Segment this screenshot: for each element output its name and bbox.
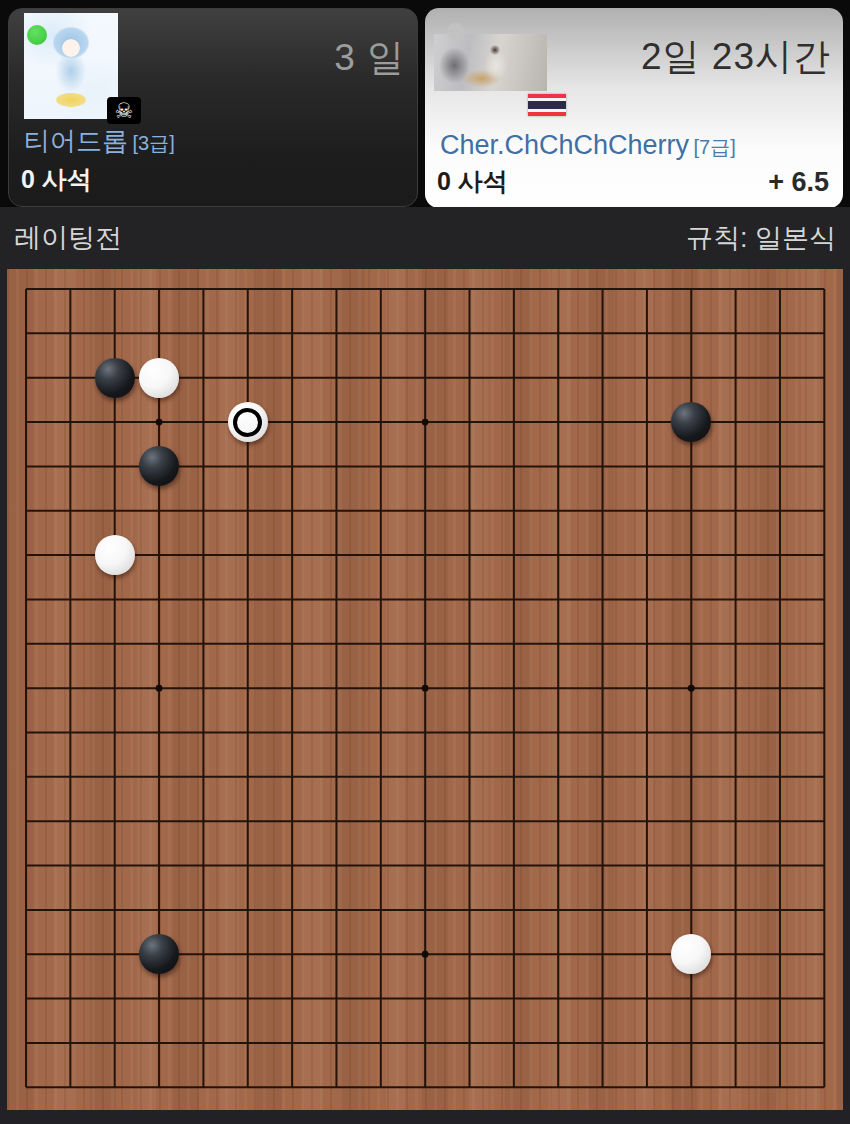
board-intersection[interactable] [270,400,314,444]
board-intersection[interactable] [758,577,802,621]
board-intersection[interactable] [625,932,669,976]
board-intersection[interactable] [181,622,225,666]
board-intersection[interactable] [625,622,669,666]
board-intersection[interactable] [359,269,403,311]
black-player-name-row[interactable]: 티어드롭 [3급] [24,124,175,159]
board-intersection[interactable] [7,489,48,533]
board-intersection[interactable] [359,444,403,488]
board-intersection[interactable] [137,932,181,976]
board-intersection[interactable] [93,976,137,1020]
board-intersection[interactable] [758,666,802,710]
go-board[interactable] [7,269,843,1110]
board-intersection[interactable] [625,577,669,621]
board-intersection[interactable] [492,755,536,799]
board-intersection[interactable] [270,755,314,799]
board-intersection[interactable] [758,444,802,488]
board-intersection[interactable] [669,533,713,577]
board-intersection[interactable] [403,400,447,444]
board-intersection[interactable] [48,1065,92,1109]
board-intersection[interactable] [492,400,536,444]
board-intersection[interactable] [758,489,802,533]
board-intersection[interactable] [447,577,491,621]
board-intersection[interactable] [93,666,137,710]
board-intersection[interactable] [492,888,536,932]
board-intersection[interactable] [536,710,580,754]
board-intersection[interactable] [625,269,669,311]
board-intersection[interactable] [669,932,713,976]
board-intersection[interactable] [669,976,713,1020]
board-intersection[interactable] [758,1065,802,1109]
board-intersection[interactable] [580,311,624,355]
board-intersection[interactable] [181,444,225,488]
board-intersection[interactable] [492,356,536,400]
board-intersection[interactable] [181,356,225,400]
board-intersection[interactable] [314,755,358,799]
board-intersection[interactable] [93,888,137,932]
board-intersection[interactable] [802,400,843,444]
board-intersection[interactable] [580,1021,624,1065]
board-intersection[interactable] [403,444,447,488]
board-intersection[interactable] [802,444,843,488]
board-intersection[interactable] [492,666,536,710]
board-intersection[interactable] [137,356,181,400]
board-intersection[interactable] [536,622,580,666]
board-intersection[interactable] [48,444,92,488]
board-intersection[interactable] [447,666,491,710]
board-intersection[interactable] [758,356,802,400]
board-intersection[interactable] [492,843,536,887]
board-intersection[interactable] [48,888,92,932]
board-intersection[interactable] [625,1021,669,1065]
board-intersection[interactable] [181,843,225,887]
board-intersection[interactable] [580,577,624,621]
board-intersection[interactable] [48,311,92,355]
board-intersection[interactable] [359,622,403,666]
board-intersection[interactable] [93,1065,137,1109]
board-intersection[interactable] [669,888,713,932]
board-intersection[interactable] [137,666,181,710]
board-intersection[interactable] [359,577,403,621]
board-intersection[interactable] [270,976,314,1020]
white-player-name-row[interactable]: Cher.ChChChCherry [7급] [440,130,736,161]
board-intersection[interactable] [713,755,757,799]
board-intersection[interactable] [802,269,843,311]
board-intersection[interactable] [536,489,580,533]
board-intersection[interactable] [403,710,447,754]
board-intersection[interactable] [669,577,713,621]
board-intersection[interactable] [625,843,669,887]
board-intersection[interactable] [492,622,536,666]
board-intersection[interactable] [137,444,181,488]
board-intersection[interactable] [181,1065,225,1109]
board-intersection[interactable] [625,356,669,400]
board-intersection[interactable] [536,356,580,400]
board-intersection[interactable] [314,400,358,444]
board-intersection[interactable] [492,932,536,976]
board-intersection[interactable] [447,755,491,799]
board-intersection[interactable] [758,533,802,577]
board-intersection[interactable] [226,269,270,311]
board-intersection[interactable] [137,1065,181,1109]
board-intersection[interactable] [359,666,403,710]
board-intersection[interactable] [713,311,757,355]
board-intersection[interactable] [181,932,225,976]
board-intersection[interactable] [447,843,491,887]
board-intersection[interactable] [403,533,447,577]
board-intersection[interactable] [270,356,314,400]
board-intersection[interactable] [7,666,48,710]
board-intersection[interactable] [7,356,48,400]
board-intersection[interactable] [226,843,270,887]
board-intersection[interactable] [713,356,757,400]
board-intersection[interactable] [802,932,843,976]
board-intersection[interactable] [137,1021,181,1065]
board-intersection[interactable] [536,269,580,311]
board-intersection[interactable] [403,1065,447,1109]
board-intersection[interactable] [758,843,802,887]
board-intersection[interactable] [492,1021,536,1065]
board-intersection[interactable] [580,799,624,843]
board-intersection[interactable] [580,888,624,932]
board-intersection[interactable] [758,932,802,976]
board-intersection[interactable] [181,755,225,799]
board-intersection[interactable] [447,489,491,533]
board-intersection[interactable] [802,755,843,799]
board-intersection[interactable] [93,1021,137,1065]
board-intersection[interactable] [359,843,403,887]
board-intersection[interactable] [403,666,447,710]
board-intersection[interactable] [802,1021,843,1065]
board-intersection[interactable] [7,932,48,976]
board-intersection[interactable] [181,666,225,710]
board-intersection[interactable] [137,489,181,533]
board-intersection[interactable] [403,755,447,799]
board-intersection[interactable] [536,1021,580,1065]
board-intersection[interactable] [7,622,48,666]
board-intersection[interactable] [758,976,802,1020]
board-intersection[interactable] [48,843,92,887]
board-intersection[interactable] [669,755,713,799]
board-intersection[interactable] [536,888,580,932]
board-intersection[interactable] [137,799,181,843]
board-intersection[interactable] [7,269,48,311]
board-intersection[interactable] [226,311,270,355]
board-intersection[interactable] [48,356,92,400]
board-intersection[interactable] [492,710,536,754]
board-intersection[interactable] [447,976,491,1020]
board-intersection[interactable] [669,843,713,887]
board-intersection[interactable] [580,1065,624,1109]
board-intersection[interactable] [403,976,447,1020]
board-intersection[interactable] [447,622,491,666]
board-intersection[interactable] [492,976,536,1020]
board-intersection[interactable] [669,400,713,444]
board-intersection[interactable] [270,888,314,932]
board-intersection[interactable] [447,1065,491,1109]
board-intersection[interactable] [7,1021,48,1065]
board-intersection[interactable] [270,533,314,577]
board-intersection[interactable] [7,976,48,1020]
board-intersection[interactable] [93,799,137,843]
board-intersection[interactable] [226,799,270,843]
board-intersection[interactable] [669,710,713,754]
board-intersection[interactable] [536,976,580,1020]
board-intersection[interactable] [270,843,314,887]
board-intersection[interactable] [226,666,270,710]
board-intersection[interactable] [226,932,270,976]
board-intersection[interactable] [48,976,92,1020]
board-intersection[interactable] [492,577,536,621]
board-intersection[interactable] [447,533,491,577]
board-intersection[interactable] [758,799,802,843]
board-intersection[interactable] [580,489,624,533]
board-intersection[interactable] [580,533,624,577]
board-intersection[interactable] [7,400,48,444]
board-intersection[interactable] [536,400,580,444]
board-intersection[interactable] [314,533,358,577]
board-intersection[interactable] [669,1021,713,1065]
board-intersection[interactable] [7,533,48,577]
board-intersection[interactable] [359,489,403,533]
board-intersection[interactable] [713,932,757,976]
board-intersection[interactable] [580,666,624,710]
board-intersection[interactable] [359,400,403,444]
board-intersection[interactable] [137,976,181,1020]
board-intersection[interactable] [403,356,447,400]
board-intersection[interactable] [802,489,843,533]
board-intersection[interactable] [314,269,358,311]
board-intersection[interactable] [580,932,624,976]
board-intersection[interactable] [713,577,757,621]
board-intersection[interactable] [226,888,270,932]
board-intersection[interactable] [137,843,181,887]
board-intersection[interactable] [625,489,669,533]
board-intersection[interactable] [226,976,270,1020]
board-intersection[interactable] [802,533,843,577]
board-intersection[interactable] [403,489,447,533]
board-intersection[interactable] [625,888,669,932]
board-intersection[interactable] [580,710,624,754]
board-intersection[interactable] [536,932,580,976]
board-intersection[interactable] [270,710,314,754]
board-intersection[interactable] [403,932,447,976]
board-intersection[interactable] [93,356,137,400]
board-intersection[interactable] [758,888,802,932]
board-intersection[interactable] [625,533,669,577]
board-intersection[interactable] [93,755,137,799]
board-intersection[interactable] [314,976,358,1020]
board-intersection[interactable] [669,1065,713,1109]
board-intersection[interactable] [48,799,92,843]
board-intersection[interactable] [226,400,270,444]
board-intersection[interactable] [226,1021,270,1065]
board-intersection[interactable] [48,269,92,311]
board-intersection[interactable] [226,533,270,577]
board-intersection[interactable] [137,888,181,932]
board-intersection[interactable] [447,888,491,932]
board-intersection[interactable] [713,666,757,710]
board-intersection[interactable] [713,622,757,666]
board-intersection[interactable] [314,932,358,976]
board-intersection[interactable] [181,799,225,843]
board-intersection[interactable] [580,843,624,887]
board-intersection[interactable] [7,755,48,799]
board-intersection[interactable] [669,622,713,666]
board-intersection[interactable] [713,533,757,577]
board-intersection[interactable] [359,356,403,400]
board-intersection[interactable] [48,577,92,621]
board-intersection[interactable] [713,888,757,932]
board-intersection[interactable] [802,311,843,355]
board-intersection[interactable] [669,666,713,710]
board-intersection[interactable] [226,577,270,621]
board-intersection[interactable] [181,888,225,932]
board-intersection[interactable] [536,533,580,577]
board-intersection[interactable] [270,622,314,666]
board-intersection[interactable] [93,269,137,311]
board-intersection[interactable] [270,1021,314,1065]
board-intersection[interactable] [713,1021,757,1065]
board-intersection[interactable] [270,269,314,311]
board-intersection[interactable] [7,1065,48,1109]
board-intersection[interactable] [93,710,137,754]
board-intersection[interactable] [314,1065,358,1109]
board-intersection[interactable] [802,577,843,621]
board-intersection[interactable] [270,489,314,533]
board-intersection[interactable] [758,710,802,754]
board-intersection[interactable] [669,444,713,488]
board-intersection[interactable] [447,400,491,444]
board-intersection[interactable] [403,311,447,355]
board-intersection[interactable] [270,666,314,710]
board-intersection[interactable] [226,1065,270,1109]
board-intersection[interactable] [7,799,48,843]
board-intersection[interactable] [359,799,403,843]
board-intersection[interactable] [7,888,48,932]
board-intersection[interactable] [713,843,757,887]
board-intersection[interactable] [226,444,270,488]
board-intersection[interactable] [536,843,580,887]
board-intersection[interactable] [536,799,580,843]
board-intersection[interactable] [580,356,624,400]
board-intersection[interactable] [758,755,802,799]
board-intersection[interactable] [758,269,802,311]
board-intersection[interactable] [314,489,358,533]
board-intersection[interactable] [713,400,757,444]
board-intersection[interactable] [802,1065,843,1109]
board-intersection[interactable] [403,843,447,887]
board-intersection[interactable] [226,489,270,533]
board-intersection[interactable] [93,533,137,577]
board-intersection[interactable] [314,356,358,400]
board-intersection[interactable] [93,444,137,488]
board-intersection[interactable] [137,400,181,444]
board-intersection[interactable] [314,843,358,887]
board-intersection[interactable] [314,888,358,932]
board-intersection[interactable] [137,269,181,311]
board-intersection[interactable] [270,932,314,976]
board-intersection[interactable] [137,311,181,355]
board-intersection[interactable] [625,710,669,754]
board-intersection[interactable] [93,577,137,621]
board-intersection[interactable] [93,400,137,444]
board-intersection[interactable] [669,356,713,400]
board-intersection[interactable] [137,577,181,621]
board-intersection[interactable] [137,710,181,754]
board-intersection[interactable] [48,489,92,533]
board-intersection[interactable] [226,710,270,754]
board-intersection[interactable] [48,755,92,799]
board-intersection[interactable] [758,311,802,355]
board-intersection[interactable] [802,843,843,887]
board-intersection[interactable] [580,269,624,311]
board-intersection[interactable] [802,710,843,754]
board-intersection[interactable] [137,533,181,577]
board-intersection[interactable] [713,976,757,1020]
board-intersection[interactable] [580,755,624,799]
board-intersection[interactable] [359,888,403,932]
board-intersection[interactable] [181,976,225,1020]
board-intersection[interactable] [181,489,225,533]
board-intersection[interactable] [7,577,48,621]
board-intersection[interactable] [625,976,669,1020]
board-intersection[interactable] [758,400,802,444]
board-intersection[interactable] [713,269,757,311]
board-intersection[interactable] [447,799,491,843]
board-intersection[interactable] [403,1021,447,1065]
board-intersection[interactable] [181,311,225,355]
board-intersection[interactable] [536,577,580,621]
board-intersection[interactable] [447,932,491,976]
board-intersection[interactable] [625,1065,669,1109]
board-intersection[interactable] [181,269,225,311]
board-intersection[interactable] [580,444,624,488]
board-intersection[interactable] [359,1065,403,1109]
board-intersection[interactable] [314,577,358,621]
board-intersection[interactable] [359,710,403,754]
board-intersection[interactable] [669,489,713,533]
board-intersection[interactable] [314,1021,358,1065]
board-intersection[interactable] [226,356,270,400]
board-intersection[interactable] [447,444,491,488]
board-intersection[interactable] [536,311,580,355]
board-intersection[interactable] [492,533,536,577]
board-intersection[interactable] [137,622,181,666]
board-intersection[interactable] [447,269,491,311]
board-intersection[interactable] [802,976,843,1020]
board-intersection[interactable] [48,1021,92,1065]
board-intersection[interactable] [359,932,403,976]
board-intersection[interactable] [802,888,843,932]
board-intersection[interactable] [492,1065,536,1109]
board-intersection[interactable] [7,311,48,355]
board-intersection[interactable] [492,799,536,843]
board-intersection[interactable] [93,932,137,976]
board-intersection[interactable] [492,311,536,355]
board-intersection[interactable] [270,1065,314,1109]
board-intersection[interactable] [580,622,624,666]
board-intersection[interactable] [580,976,624,1020]
board-intersection[interactable] [48,666,92,710]
board-intersection[interactable] [403,799,447,843]
board-intersection[interactable] [447,356,491,400]
board-intersection[interactable] [802,356,843,400]
board-intersection[interactable] [7,710,48,754]
board-intersection[interactable] [314,666,358,710]
board-intersection[interactable] [625,444,669,488]
board-intersection[interactable] [314,311,358,355]
board-intersection[interactable] [48,533,92,577]
